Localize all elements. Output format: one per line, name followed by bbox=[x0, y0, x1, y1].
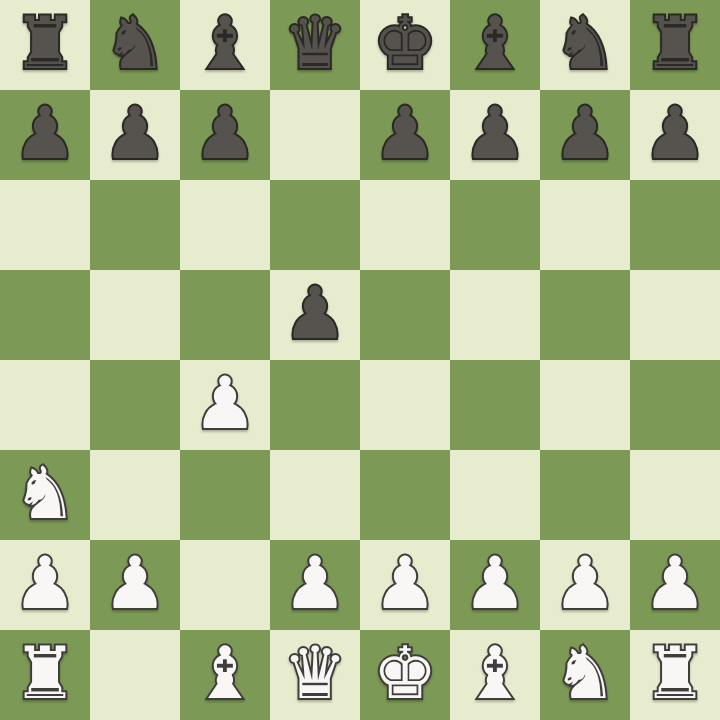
square-e5[interactable] bbox=[360, 270, 450, 360]
black-knight-piece[interactable]: ♞ bbox=[553, 0, 618, 88]
square-a6[interactable] bbox=[0, 180, 90, 270]
square-b8[interactable]: ♞ bbox=[90, 0, 180, 90]
square-e7[interactable]: ♟ bbox=[360, 90, 450, 180]
square-e4[interactable] bbox=[360, 360, 450, 450]
square-c4[interactable]: ♟ bbox=[180, 360, 270, 450]
black-pawn-piece[interactable]: ♟ bbox=[13, 88, 78, 178]
square-d6[interactable] bbox=[270, 180, 360, 270]
square-e1[interactable]: ♚ bbox=[360, 630, 450, 720]
black-rook-piece[interactable]: ♜ bbox=[643, 0, 708, 88]
black-rook-piece[interactable]: ♜ bbox=[13, 0, 78, 88]
square-g3[interactable] bbox=[540, 450, 630, 540]
square-f3[interactable] bbox=[450, 450, 540, 540]
square-g2[interactable]: ♟ bbox=[540, 540, 630, 630]
square-f4[interactable] bbox=[450, 360, 540, 450]
square-h2[interactable]: ♟ bbox=[630, 540, 720, 630]
white-queen-piece[interactable]: ♛ bbox=[283, 628, 348, 718]
square-a8[interactable]: ♜ bbox=[0, 0, 90, 90]
square-e2[interactable]: ♟ bbox=[360, 540, 450, 630]
square-g6[interactable] bbox=[540, 180, 630, 270]
square-f2[interactable]: ♟ bbox=[450, 540, 540, 630]
square-c3[interactable] bbox=[180, 450, 270, 540]
square-h7[interactable]: ♟ bbox=[630, 90, 720, 180]
square-d7[interactable] bbox=[270, 90, 360, 180]
white-knight-piece[interactable]: ♞ bbox=[13, 448, 78, 538]
white-bishop-piece[interactable]: ♝ bbox=[193, 628, 258, 718]
square-c2[interactable] bbox=[180, 540, 270, 630]
black-bishop-piece[interactable]: ♝ bbox=[193, 0, 258, 88]
chess-board: ♜♞♝♛♚♝♞♜♟♟♟♟♟♟♟♟♟♞♟♟♟♟♟♟♟♜♝♛♚♝♞♜ bbox=[0, 0, 720, 720]
square-a5[interactable] bbox=[0, 270, 90, 360]
square-b1[interactable] bbox=[90, 630, 180, 720]
square-d4[interactable] bbox=[270, 360, 360, 450]
square-a3[interactable]: ♞ bbox=[0, 450, 90, 540]
square-c1[interactable]: ♝ bbox=[180, 630, 270, 720]
square-c7[interactable]: ♟ bbox=[180, 90, 270, 180]
black-queen-piece[interactable]: ♛ bbox=[283, 0, 348, 88]
square-c6[interactable] bbox=[180, 180, 270, 270]
square-e3[interactable] bbox=[360, 450, 450, 540]
square-a2[interactable]: ♟ bbox=[0, 540, 90, 630]
square-b5[interactable] bbox=[90, 270, 180, 360]
square-d2[interactable]: ♟ bbox=[270, 540, 360, 630]
square-g7[interactable]: ♟ bbox=[540, 90, 630, 180]
black-pawn-piece[interactable]: ♟ bbox=[103, 88, 168, 178]
square-g4[interactable] bbox=[540, 360, 630, 450]
square-b6[interactable] bbox=[90, 180, 180, 270]
white-knight-piece[interactable]: ♞ bbox=[553, 628, 618, 718]
square-b2[interactable]: ♟ bbox=[90, 540, 180, 630]
square-h5[interactable] bbox=[630, 270, 720, 360]
white-bishop-piece[interactable]: ♝ bbox=[463, 628, 528, 718]
square-h8[interactable]: ♜ bbox=[630, 0, 720, 90]
black-king-piece[interactable]: ♚ bbox=[373, 0, 438, 88]
square-a7[interactable]: ♟ bbox=[0, 90, 90, 180]
white-pawn-piece[interactable]: ♟ bbox=[373, 538, 438, 628]
square-b7[interactable]: ♟ bbox=[90, 90, 180, 180]
square-d1[interactable]: ♛ bbox=[270, 630, 360, 720]
black-pawn-piece[interactable]: ♟ bbox=[553, 88, 618, 178]
square-d3[interactable] bbox=[270, 450, 360, 540]
square-f1[interactable]: ♝ bbox=[450, 630, 540, 720]
white-pawn-piece[interactable]: ♟ bbox=[463, 538, 528, 628]
white-rook-piece[interactable]: ♜ bbox=[643, 628, 708, 718]
square-c5[interactable] bbox=[180, 270, 270, 360]
square-f7[interactable]: ♟ bbox=[450, 90, 540, 180]
black-pawn-piece[interactable]: ♟ bbox=[193, 88, 258, 178]
square-f6[interactable] bbox=[450, 180, 540, 270]
square-h1[interactable]: ♜ bbox=[630, 630, 720, 720]
square-e6[interactable] bbox=[360, 180, 450, 270]
square-d5[interactable]: ♟ bbox=[270, 270, 360, 360]
white-pawn-piece[interactable]: ♟ bbox=[283, 538, 348, 628]
square-f5[interactable] bbox=[450, 270, 540, 360]
white-pawn-piece[interactable]: ♟ bbox=[103, 538, 168, 628]
white-king-piece[interactable]: ♚ bbox=[373, 628, 438, 718]
square-b3[interactable] bbox=[90, 450, 180, 540]
white-rook-piece[interactable]: ♜ bbox=[13, 628, 78, 718]
square-d8[interactable]: ♛ bbox=[270, 0, 360, 90]
black-pawn-piece[interactable]: ♟ bbox=[463, 88, 528, 178]
square-b4[interactable] bbox=[90, 360, 180, 450]
black-bishop-piece[interactable]: ♝ bbox=[463, 0, 528, 88]
white-pawn-piece[interactable]: ♟ bbox=[193, 358, 258, 448]
white-pawn-piece[interactable]: ♟ bbox=[13, 538, 78, 628]
square-h4[interactable] bbox=[630, 360, 720, 450]
square-f8[interactable]: ♝ bbox=[450, 0, 540, 90]
square-a4[interactable] bbox=[0, 360, 90, 450]
square-a1[interactable]: ♜ bbox=[0, 630, 90, 720]
black-pawn-piece[interactable]: ♟ bbox=[283, 268, 348, 358]
square-h3[interactable] bbox=[630, 450, 720, 540]
square-c8[interactable]: ♝ bbox=[180, 0, 270, 90]
square-h6[interactable] bbox=[630, 180, 720, 270]
black-pawn-piece[interactable]: ♟ bbox=[643, 88, 708, 178]
square-e8[interactable]: ♚ bbox=[360, 0, 450, 90]
white-pawn-piece[interactable]: ♟ bbox=[553, 538, 618, 628]
square-g8[interactable]: ♞ bbox=[540, 0, 630, 90]
black-pawn-piece[interactable]: ♟ bbox=[373, 88, 438, 178]
black-knight-piece[interactable]: ♞ bbox=[103, 0, 168, 88]
square-g5[interactable] bbox=[540, 270, 630, 360]
square-g1[interactable]: ♞ bbox=[540, 630, 630, 720]
white-pawn-piece[interactable]: ♟ bbox=[643, 538, 708, 628]
